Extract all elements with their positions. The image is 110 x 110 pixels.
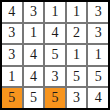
grid-cell-r1c3[interactable]: 1 (45, 2, 65, 22)
grid-cell-r3c1[interactable]: 3 (2, 45, 22, 65)
grid-cell-r2c5[interactable]: 3 (88, 24, 108, 44)
grid-cell-r2c1[interactable]: 3 (2, 24, 22, 44)
grid-cell-r1c4[interactable]: 1 (67, 2, 87, 22)
grid-cell-r2c2[interactable]: 1 (24, 24, 44, 44)
puzzle-board: 4311331423345111435555534 (0, 0, 110, 110)
grid-cell-r3c5[interactable]: 1 (88, 45, 108, 65)
grid-cell-r3c4[interactable]: 1 (67, 45, 87, 65)
grid-cell-r2c3[interactable]: 4 (45, 24, 65, 44)
grid-cell-r5c2[interactable]: 5 (24, 88, 44, 108)
grid-cell-r4c3[interactable]: 3 (45, 67, 65, 87)
grid-cell-r5c4[interactable]: 3 (67, 88, 87, 108)
grid-cell-r4c2[interactable]: 4 (24, 67, 44, 87)
grid-cell-r5c3[interactable]: 5 (45, 88, 65, 108)
grid-cell-r4c4[interactable]: 5 (67, 67, 87, 87)
grid-cell-r4c5[interactable]: 5 (88, 67, 108, 87)
grid-cell-r2c4[interactable]: 2 (67, 24, 87, 44)
grid-cell-r4c1[interactable]: 1 (2, 67, 22, 87)
grid-cell-r1c2[interactable]: 3 (24, 2, 44, 22)
grid-cell-r1c1[interactable]: 4 (2, 2, 22, 22)
grid-cell-r5c1[interactable]: 5 (2, 88, 22, 108)
grid-cell-r1c5[interactable]: 3 (88, 2, 108, 22)
grid-cell-r5c5[interactable]: 4 (88, 88, 108, 108)
grid-cell-r3c2[interactable]: 4 (24, 45, 44, 65)
grid-cell-r3c3[interactable]: 5 (45, 45, 65, 65)
